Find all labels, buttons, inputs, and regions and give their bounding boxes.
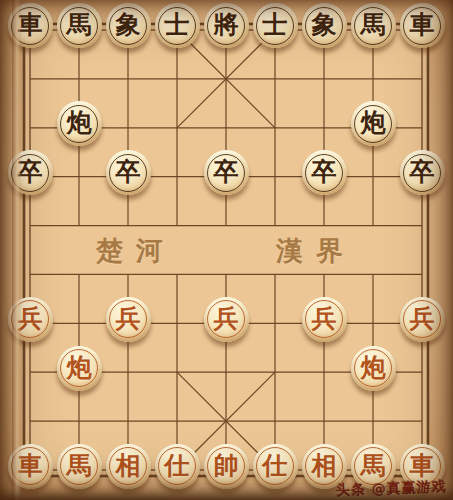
piece-black-soldier[interactable]: 卒 [400, 150, 445, 195]
piece-red-cannon[interactable]: 炮 [57, 346, 102, 391]
piece-glyph: 車 [18, 12, 43, 37]
piece-glyph: 兵 [312, 306, 337, 331]
piece-glyph: 士 [165, 12, 190, 37]
piece-glyph: 炮 [67, 355, 92, 380]
piece-glyph: 炮 [361, 355, 386, 380]
piece-red-soldier[interactable]: 兵 [8, 297, 53, 342]
piece-glyph: 士 [263, 12, 288, 37]
piece-black-soldier[interactable]: 卒 [8, 150, 53, 195]
xiangqi-board-screenshot: 楚河 漢界 車馬象士將士象馬車炮炮卒卒卒卒卒兵兵兵兵兵炮炮車馬相仕帥仕相馬車 头… [0, 0, 453, 500]
piece-red-soldier[interactable]: 兵 [400, 297, 445, 342]
piece-red-advisor[interactable]: 仕 [155, 444, 200, 489]
piece-red-cannon[interactable]: 炮 [351, 346, 396, 391]
piece-red-general[interactable]: 帥 [204, 444, 249, 489]
piece-black-general[interactable]: 將 [204, 3, 249, 48]
piece-glyph: 兵 [214, 306, 239, 331]
piece-black-elephant[interactable]: 象 [106, 3, 151, 48]
piece-glyph: 兵 [410, 306, 435, 331]
piece-black-elephant[interactable]: 象 [302, 3, 347, 48]
piece-glyph: 象 [312, 12, 337, 37]
piece-glyph: 車 [410, 453, 435, 478]
piece-glyph: 兵 [116, 306, 141, 331]
piece-glyph: 炮 [67, 110, 92, 135]
piece-glyph: 車 [18, 453, 43, 478]
piece-black-chariot[interactable]: 車 [400, 3, 445, 48]
piece-black-soldier[interactable]: 卒 [302, 150, 347, 195]
piece-glyph: 仕 [165, 453, 190, 478]
piece-glyph: 卒 [312, 159, 337, 184]
piece-glyph: 炮 [361, 110, 386, 135]
piece-glyph: 車 [410, 12, 435, 37]
piece-red-horse[interactable]: 馬 [351, 444, 396, 489]
piece-glyph: 馬 [361, 12, 386, 37]
xiangqi-grid[interactable]: 車馬象士將士象馬車炮炮卒卒卒卒卒兵兵兵兵兵炮炮車馬相仕帥仕相馬車 [6, 6, 447, 495]
piece-black-chariot[interactable]: 車 [8, 3, 53, 48]
piece-black-cannon[interactable]: 炮 [351, 101, 396, 146]
piece-red-chariot[interactable]: 車 [400, 444, 445, 489]
piece-glyph: 將 [214, 12, 239, 37]
piece-glyph: 象 [116, 12, 141, 37]
piece-glyph: 馬 [67, 12, 92, 37]
piece-glyph: 卒 [410, 159, 435, 184]
piece-glyph: 卒 [18, 159, 43, 184]
piece-glyph: 卒 [214, 159, 239, 184]
piece-black-advisor[interactable]: 士 [253, 3, 298, 48]
piece-black-horse[interactable]: 馬 [57, 3, 102, 48]
piece-black-horse[interactable]: 馬 [351, 3, 396, 48]
piece-glyph: 仕 [263, 453, 288, 478]
piece-glyph: 兵 [18, 306, 43, 331]
piece-red-soldier[interactable]: 兵 [106, 297, 151, 342]
piece-red-soldier[interactable]: 兵 [204, 297, 249, 342]
piece-glyph: 馬 [361, 453, 386, 478]
piece-red-soldier[interactable]: 兵 [302, 297, 347, 342]
piece-red-advisor[interactable]: 仕 [253, 444, 298, 489]
piece-red-elephant[interactable]: 相 [106, 444, 151, 489]
piece-glyph: 相 [312, 453, 337, 478]
piece-black-soldier[interactable]: 卒 [106, 150, 151, 195]
piece-red-horse[interactable]: 馬 [57, 444, 102, 489]
piece-red-chariot[interactable]: 車 [8, 444, 53, 489]
piece-glyph: 馬 [67, 453, 92, 478]
piece-black-cannon[interactable]: 炮 [57, 101, 102, 146]
piece-glyph: 帥 [214, 453, 239, 478]
piece-glyph: 卒 [116, 159, 141, 184]
piece-black-advisor[interactable]: 士 [155, 3, 200, 48]
piece-black-soldier[interactable]: 卒 [204, 150, 249, 195]
piece-glyph: 相 [116, 453, 141, 478]
piece-red-elephant[interactable]: 相 [302, 444, 347, 489]
